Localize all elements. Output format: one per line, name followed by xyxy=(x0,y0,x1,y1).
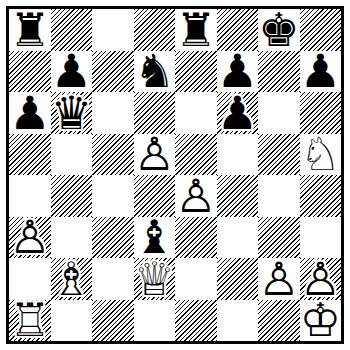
square-b8[interactable] xyxy=(51,9,93,51)
piece-glyph: ♟ xyxy=(300,51,342,93)
square-c3[interactable] xyxy=(92,217,134,259)
square-h7[interactable]: ♟♟ xyxy=(300,51,342,93)
piece-white-pawn[interactable]: ♟♙ xyxy=(175,175,217,217)
piece-black-pawn[interactable]: ♟♟ xyxy=(217,92,259,134)
square-e7[interactable] xyxy=(175,51,217,93)
square-a8[interactable]: ♜♜ xyxy=(9,9,51,51)
square-c2[interactable] xyxy=(92,258,134,300)
piece-black-rook[interactable]: ♜♜ xyxy=(9,9,51,51)
piece-white-pawn[interactable]: ♟♙ xyxy=(300,258,342,300)
piece-black-pawn[interactable]: ♟♟ xyxy=(217,51,259,93)
piece-glyph: ♛ xyxy=(51,92,93,134)
square-f7[interactable]: ♟♟ xyxy=(217,51,259,93)
square-f4[interactable] xyxy=(217,175,259,217)
piece-black-bishop[interactable]: ♝♝ xyxy=(134,217,176,259)
square-f1[interactable] xyxy=(217,300,259,342)
square-b6[interactable]: ♛♛ xyxy=(51,92,93,134)
piece-black-rook[interactable]: ♜♜ xyxy=(175,9,217,51)
piece-glyph: ♜ xyxy=(175,9,217,51)
square-b5[interactable] xyxy=(51,134,93,176)
square-e4[interactable]: ♟♙ xyxy=(175,175,217,217)
square-b3[interactable] xyxy=(51,217,93,259)
piece-glyph: ♙ xyxy=(134,134,176,176)
piece-glyph: ♟ xyxy=(9,92,51,134)
square-f2[interactable] xyxy=(217,258,259,300)
piece-glyph: ♟ xyxy=(51,51,93,93)
square-c1[interactable] xyxy=(92,300,134,342)
piece-white-rook[interactable]: ♜♖ xyxy=(9,300,51,342)
square-a3[interactable]: ♟♙ xyxy=(9,217,51,259)
square-a5[interactable] xyxy=(9,134,51,176)
piece-white-queen[interactable]: ♛♕ xyxy=(134,258,176,300)
square-g2[interactable]: ♟♙ xyxy=(258,258,300,300)
square-f3[interactable] xyxy=(217,217,259,259)
square-g5[interactable] xyxy=(258,134,300,176)
square-f8[interactable] xyxy=(217,9,259,51)
piece-glyph: ♔ xyxy=(300,300,342,342)
square-e2[interactable] xyxy=(175,258,217,300)
square-a4[interactable] xyxy=(9,175,51,217)
piece-glyph: ♕ xyxy=(134,258,176,300)
square-b4[interactable] xyxy=(51,175,93,217)
piece-white-pawn[interactable]: ♟♙ xyxy=(9,217,51,259)
square-c6[interactable] xyxy=(92,92,134,134)
square-c8[interactable] xyxy=(92,9,134,51)
square-a1[interactable]: ♜♖ xyxy=(9,300,51,342)
square-d5[interactable]: ♟♙ xyxy=(134,134,176,176)
square-b2[interactable]: ♝♗ xyxy=(51,258,93,300)
piece-black-pawn[interactable]: ♟♟ xyxy=(300,51,342,93)
square-h8[interactable] xyxy=(300,9,342,51)
piece-glyph: ♟ xyxy=(217,92,259,134)
piece-glyph: ♜ xyxy=(9,9,51,51)
square-d1[interactable] xyxy=(134,300,176,342)
piece-black-pawn[interactable]: ♟♟ xyxy=(9,92,51,134)
piece-white-king[interactable]: ♚♔ xyxy=(300,300,342,342)
square-d3[interactable]: ♝♝ xyxy=(134,217,176,259)
square-a6[interactable]: ♟♟ xyxy=(9,92,51,134)
square-c5[interactable] xyxy=(92,134,134,176)
piece-glyph: ♙ xyxy=(300,258,342,300)
square-d2[interactable]: ♛♕ xyxy=(134,258,176,300)
piece-glyph: ♙ xyxy=(258,258,300,300)
square-d7[interactable]: ♞♞ xyxy=(134,51,176,93)
piece-glyph: ♙ xyxy=(175,175,217,217)
chess-board: ♜♜♜♜♚♚♟♟♞♞♟♟♟♟♟♟♛♛♟♟♟♙♞♘♟♙♟♙♝♝♝♗♛♕♟♙♟♙♜♖… xyxy=(9,9,341,341)
square-d6[interactable] xyxy=(134,92,176,134)
piece-white-pawn[interactable]: ♟♙ xyxy=(134,134,176,176)
square-h2[interactable]: ♟♙ xyxy=(300,258,342,300)
piece-glyph: ♚ xyxy=(258,9,300,51)
chess-diagram: ♜♜♜♜♚♚♟♟♞♞♟♟♟♟♟♟♛♛♟♟♟♙♞♘♟♙♟♙♝♝♝♗♛♕♟♙♟♙♜♖… xyxy=(0,0,350,350)
square-d4[interactable] xyxy=(134,175,176,217)
square-b1[interactable] xyxy=(51,300,93,342)
square-b7[interactable]: ♟♟ xyxy=(51,51,93,93)
square-f5[interactable] xyxy=(217,134,259,176)
square-e1[interactable] xyxy=(175,300,217,342)
piece-white-pawn[interactable]: ♟♙ xyxy=(258,258,300,300)
piece-glyph: ♟ xyxy=(217,51,259,93)
square-e3[interactable] xyxy=(175,217,217,259)
square-c7[interactable] xyxy=(92,51,134,93)
piece-glyph: ♖ xyxy=(9,300,51,342)
piece-glyph: ♙ xyxy=(9,217,51,259)
square-h4[interactable] xyxy=(300,175,342,217)
piece-white-knight[interactable]: ♞♘ xyxy=(300,134,342,176)
piece-glyph: ♞ xyxy=(134,51,176,93)
piece-glyph: ♘ xyxy=(300,134,342,176)
piece-black-knight[interactable]: ♞♞ xyxy=(134,51,176,93)
square-g6[interactable] xyxy=(258,92,300,134)
piece-black-king[interactable]: ♚♚ xyxy=(258,9,300,51)
square-g1[interactable] xyxy=(258,300,300,342)
square-a2[interactable] xyxy=(9,258,51,300)
piece-black-queen[interactable]: ♛♛ xyxy=(51,92,93,134)
square-e8[interactable]: ♜♜ xyxy=(175,9,217,51)
square-c4[interactable] xyxy=(92,175,134,217)
square-h3[interactable] xyxy=(300,217,342,259)
square-e6[interactable] xyxy=(175,92,217,134)
chess-board-frame: ♜♜♜♜♚♚♟♟♞♞♟♟♟♟♟♟♛♛♟♟♟♙♞♘♟♙♟♙♝♝♝♗♛♕♟♙♟♙♜♖… xyxy=(6,6,344,344)
square-f6[interactable]: ♟♟ xyxy=(217,92,259,134)
piece-glyph: ♝ xyxy=(134,217,176,259)
piece-white-bishop[interactable]: ♝♗ xyxy=(51,258,93,300)
square-a7[interactable] xyxy=(9,51,51,93)
square-g8[interactable]: ♚♚ xyxy=(258,9,300,51)
square-d8[interactable] xyxy=(134,9,176,51)
square-g3[interactable] xyxy=(258,217,300,259)
square-g4[interactable] xyxy=(258,175,300,217)
piece-glyph: ♗ xyxy=(51,258,93,300)
square-g7[interactable] xyxy=(258,51,300,93)
piece-black-pawn[interactable]: ♟♟ xyxy=(51,51,93,93)
square-h1[interactable]: ♚♔ xyxy=(300,300,342,342)
square-e5[interactable] xyxy=(175,134,217,176)
square-h6[interactable] xyxy=(300,92,342,134)
square-h5[interactable]: ♞♘ xyxy=(300,134,342,176)
